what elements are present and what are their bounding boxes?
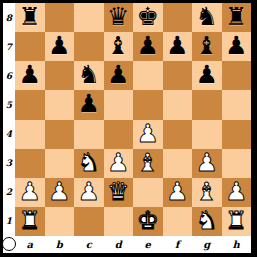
square-h1[interactable]: ♜ <box>222 207 252 236</box>
square-g5[interactable] <box>192 90 222 119</box>
rank-label-2: 2 <box>3 178 15 207</box>
square-h6[interactable] <box>222 61 252 90</box>
piece-white-bishop-g2[interactable]: ♝ <box>196 179 218 204</box>
rank-label-4: 4 <box>3 120 15 149</box>
square-d4[interactable] <box>104 120 134 149</box>
piece-black-knight-g8[interactable]: ♞ <box>196 4 218 29</box>
square-c2[interactable]: ♟ <box>74 178 104 207</box>
square-b1[interactable] <box>45 207 75 236</box>
piece-white-pawn-b2[interactable]: ♟ <box>48 179 70 204</box>
piece-black-pawn-f7[interactable]: ♟ <box>166 33 188 58</box>
square-e6[interactable] <box>133 61 163 90</box>
square-b2[interactable]: ♟ <box>45 178 75 207</box>
piece-black-pawn-a6[interactable]: ♟ <box>19 62 41 87</box>
rank-labels: 87654321 <box>3 3 15 236</box>
square-f6[interactable] <box>163 61 193 90</box>
square-h2[interactable]: ♟ <box>222 178 252 207</box>
square-b5[interactable] <box>45 90 75 119</box>
chess-board[interactable]: ♜♛♚♞♜♟♝♟♟♝♟♟♞♟♟♟♟♞♟♝♟♟♟♟♛♟♝♟♜♚♞♜ <box>15 3 251 236</box>
square-b8[interactable] <box>45 3 75 32</box>
piece-black-knight-c6[interactable]: ♞ <box>78 62 100 87</box>
square-c3[interactable]: ♞ <box>74 149 104 178</box>
square-h7[interactable]: ♟ <box>222 32 252 61</box>
square-b7[interactable]: ♟ <box>45 32 75 61</box>
piece-white-king-e1[interactable]: ♚ <box>137 208 159 233</box>
square-e4[interactable]: ♟ <box>133 120 163 149</box>
piece-black-pawn-b7[interactable]: ♟ <box>48 33 70 58</box>
square-c8[interactable] <box>74 3 104 32</box>
piece-white-pawn-c2[interactable]: ♟ <box>78 179 100 204</box>
file-label-h: h <box>222 236 252 253</box>
piece-white-pawn-e4[interactable]: ♟ <box>137 121 159 146</box>
piece-black-pawn-c5[interactable]: ♟ <box>78 91 100 116</box>
square-d8[interactable]: ♛ <box>104 3 134 32</box>
piece-white-rook-h1[interactable]: ♜ <box>225 208 247 233</box>
file-label-a: a <box>15 236 45 253</box>
rank-label-5: 5 <box>3 90 15 119</box>
square-a7[interactable] <box>15 32 45 61</box>
file-label-g: g <box>192 236 222 253</box>
piece-black-rook-h8[interactable]: ♜ <box>225 4 247 29</box>
file-label-c: c <box>74 236 104 253</box>
square-b3[interactable] <box>45 149 75 178</box>
piece-white-pawn-a2[interactable]: ♟ <box>19 179 41 204</box>
piece-black-pawn-d6[interactable]: ♟ <box>107 62 129 87</box>
square-g6[interactable]: ♟ <box>192 61 222 90</box>
piece-white-pawn-f2[interactable]: ♟ <box>166 179 188 204</box>
square-d2[interactable]: ♛ <box>104 178 134 207</box>
piece-white-pawn-h2[interactable]: ♟ <box>225 179 247 204</box>
square-a8[interactable]: ♜ <box>15 3 45 32</box>
square-f7[interactable]: ♟ <box>163 32 193 61</box>
square-b4[interactable] <box>45 120 75 149</box>
piece-black-king-e8[interactable]: ♚ <box>137 4 159 29</box>
square-d1[interactable] <box>104 207 134 236</box>
piece-white-knight-c3[interactable]: ♞ <box>78 150 100 175</box>
square-h4[interactable] <box>222 120 252 149</box>
piece-black-pawn-e7[interactable]: ♟ <box>137 33 159 58</box>
square-e1[interactable]: ♚ <box>133 207 163 236</box>
chess-diagram: 87654321 ♜♛♚♞♜♟♝♟♟♝♟♟♞♟♟♟♟♞♟♝♟♟♟♟♛♟♝♟♜♚♞… <box>0 0 257 257</box>
square-a5[interactable] <box>15 90 45 119</box>
square-b6[interactable] <box>45 61 75 90</box>
square-c4[interactable] <box>74 120 104 149</box>
square-c1[interactable] <box>74 207 104 236</box>
square-c7[interactable] <box>74 32 104 61</box>
piece-white-bishop-e3[interactable]: ♝ <box>137 150 159 175</box>
square-d6[interactable]: ♟ <box>104 61 134 90</box>
rank-label-1: 1 <box>3 207 15 236</box>
square-g8[interactable]: ♞ <box>192 3 222 32</box>
piece-black-bishop-g7[interactable]: ♝ <box>196 33 218 58</box>
square-e5[interactable] <box>133 90 163 119</box>
square-a2[interactable]: ♟ <box>15 178 45 207</box>
white-to-move-indicator <box>2 237 16 251</box>
file-label-f: f <box>163 236 193 253</box>
square-f4[interactable] <box>163 120 193 149</box>
square-d3[interactable]: ♟ <box>104 149 134 178</box>
square-g7[interactable]: ♝ <box>192 32 222 61</box>
piece-black-pawn-h7[interactable]: ♟ <box>225 33 247 58</box>
square-e7[interactable]: ♟ <box>133 32 163 61</box>
rank-label-8: 8 <box>3 3 15 32</box>
piece-white-rook-a1[interactable]: ♜ <box>19 208 41 233</box>
rank-label-7: 7 <box>3 32 15 61</box>
piece-white-pawn-d3[interactable]: ♟ <box>107 150 129 175</box>
piece-white-pawn-g3[interactable]: ♟ <box>196 150 218 175</box>
square-f3[interactable] <box>163 149 193 178</box>
square-g3[interactable]: ♟ <box>192 149 222 178</box>
square-g2[interactable]: ♝ <box>192 178 222 207</box>
square-f5[interactable] <box>163 90 193 119</box>
square-g4[interactable] <box>192 120 222 149</box>
square-a6[interactable]: ♟ <box>15 61 45 90</box>
square-a3[interactable] <box>15 149 45 178</box>
file-label-e: e <box>133 236 163 253</box>
square-f2[interactable]: ♟ <box>163 178 193 207</box>
piece-black-rook-a8[interactable]: ♜ <box>19 4 41 29</box>
piece-black-queen-d8[interactable]: ♛ <box>107 4 129 29</box>
square-h8[interactable]: ♜ <box>222 3 252 32</box>
square-e8[interactable]: ♚ <box>133 3 163 32</box>
rank-label-3: 3 <box>3 149 15 178</box>
square-a1[interactable]: ♜ <box>15 207 45 236</box>
piece-black-pawn-g6[interactable]: ♟ <box>196 62 218 87</box>
square-e2[interactable] <box>133 178 163 207</box>
bottom-gutter: abcdefgh <box>3 236 251 253</box>
square-h3[interactable] <box>222 149 252 178</box>
square-f1[interactable] <box>163 207 193 236</box>
square-a4[interactable] <box>15 120 45 149</box>
square-h5[interactable] <box>222 90 252 119</box>
square-d5[interactable] <box>104 90 134 119</box>
piece-white-knight-g1[interactable]: ♞ <box>196 208 218 233</box>
piece-black-bishop-d7[interactable]: ♝ <box>107 33 129 58</box>
square-e3[interactable]: ♝ <box>133 149 163 178</box>
square-d7[interactable]: ♝ <box>104 32 134 61</box>
file-label-d: d <box>104 236 134 253</box>
rank-label-6: 6 <box>3 61 15 90</box>
square-c5[interactable]: ♟ <box>74 90 104 119</box>
square-c6[interactable]: ♞ <box>74 61 104 90</box>
square-g1[interactable]: ♞ <box>192 207 222 236</box>
file-label-b: b <box>45 236 75 253</box>
piece-white-queen-d2[interactable]: ♛ <box>107 179 129 204</box>
square-f8[interactable] <box>163 3 193 32</box>
file-labels: abcdefgh <box>15 236 251 253</box>
